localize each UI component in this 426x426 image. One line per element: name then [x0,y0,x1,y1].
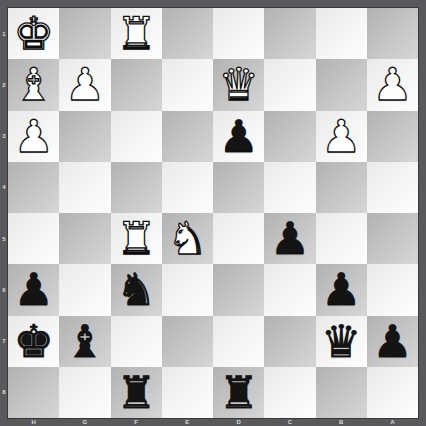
square-d7[interactable] [213,316,264,367]
square-h5[interactable] [8,213,59,264]
square-b7[interactable]: ♛ [316,316,367,367]
square-c2[interactable] [264,59,315,110]
square-c1[interactable] [264,8,315,59]
piece-black-queen[interactable]: ♛ [321,316,361,367]
piece-white-rook[interactable]: ♜ [116,213,156,264]
square-e7[interactable] [162,316,213,367]
file-label-h: H [8,417,59,426]
square-a4[interactable] [367,162,418,213]
rank-label-4: 4 [0,162,8,213]
square-e4[interactable] [162,162,213,213]
rank-label-2: 2 [0,59,8,110]
piece-white-pawn[interactable]: ♟ [372,59,412,110]
square-b2[interactable] [316,59,367,110]
piece-black-rook[interactable]: ♜ [116,367,156,418]
piece-white-pawn[interactable]: ♟ [321,111,361,162]
square-b4[interactable] [316,162,367,213]
square-g6[interactable] [59,264,110,315]
square-e2[interactable] [162,59,213,110]
square-d3[interactable]: ♟ [213,111,264,162]
square-b6[interactable]: ♟ [316,264,367,315]
rank-label-3: 3 [0,111,8,162]
square-g3[interactable] [59,111,110,162]
square-e1[interactable] [162,8,213,59]
square-f7[interactable] [111,316,162,367]
piece-white-bishop[interactable]: ♝ [13,59,53,110]
square-f4[interactable] [111,162,162,213]
square-e6[interactable] [162,264,213,315]
piece-black-pawn[interactable]: ♟ [13,264,53,315]
square-g7[interactable]: ♝ [59,316,110,367]
square-f6[interactable]: ♞ [111,264,162,315]
square-h7[interactable]: ♚ [8,316,59,367]
piece-black-pawn[interactable]: ♟ [372,316,412,367]
square-c5[interactable]: ♟ [264,213,315,264]
piece-black-pawn[interactable]: ♟ [218,111,258,162]
square-d1[interactable] [213,8,264,59]
square-a6[interactable] [367,264,418,315]
square-b1[interactable] [316,8,367,59]
rank-label-7: 7 [0,316,8,367]
square-h2[interactable]: ♝ [8,59,59,110]
square-c6[interactable] [264,264,315,315]
square-h4[interactable] [8,162,59,213]
piece-black-pawn[interactable]: ♟ [270,213,310,264]
square-b5[interactable] [316,213,367,264]
square-c8[interactable] [264,367,315,418]
square-e3[interactable] [162,111,213,162]
rank-label-6: 6 [0,264,8,315]
square-d4[interactable] [213,162,264,213]
piece-white-king[interactable]: ♚ [13,8,53,59]
square-d6[interactable] [213,264,264,315]
file-label-g: G [59,417,110,426]
piece-white-queen[interactable]: ♛ [218,59,258,110]
piece-white-pawn[interactable]: ♟ [13,111,53,162]
rank-labels: 12345678 [0,8,8,418]
file-label-c: C [264,417,315,426]
piece-black-pawn[interactable]: ♟ [321,264,361,315]
piece-black-knight[interactable]: ♞ [116,264,156,315]
rank-label-8: 8 [0,367,8,418]
square-f5[interactable]: ♜ [111,213,162,264]
piece-black-king[interactable]: ♚ [13,316,53,367]
square-h8[interactable] [8,367,59,418]
square-d5[interactable] [213,213,264,264]
file-label-b: B [316,417,367,426]
square-d2[interactable]: ♛ [213,59,264,110]
square-a3[interactable] [367,111,418,162]
file-label-e: E [162,417,213,426]
chess-board: ♚♜♝♟♛♟♟♟♟♜♞♟♟♞♟♚♝♛♟♜♜ [8,8,418,418]
square-a1[interactable] [367,8,418,59]
square-f2[interactable] [111,59,162,110]
rank-label-1: 1 [0,8,8,59]
square-a7[interactable]: ♟ [367,316,418,367]
square-a2[interactable]: ♟ [367,59,418,110]
square-h3[interactable]: ♟ [8,111,59,162]
square-g2[interactable]: ♟ [59,59,110,110]
square-g1[interactable] [59,8,110,59]
square-h6[interactable]: ♟ [8,264,59,315]
square-a8[interactable] [367,367,418,418]
file-label-f: F [111,417,162,426]
chess-board-frame: 12345678 HGFEDCBA ♚♜♝♟♛♟♟♟♟♜♞♟♟♞♟♚♝♛♟♜♜ [0,0,426,426]
piece-white-pawn[interactable]: ♟ [65,59,105,110]
piece-white-knight[interactable]: ♞ [167,213,207,264]
square-f3[interactable] [111,111,162,162]
rank-label-5: 5 [0,213,8,264]
piece-black-rook[interactable]: ♜ [218,367,258,418]
square-g5[interactable] [59,213,110,264]
file-label-a: A [367,417,418,426]
square-c3[interactable] [264,111,315,162]
square-f1[interactable]: ♜ [111,8,162,59]
square-f8[interactable]: ♜ [111,367,162,418]
square-e8[interactable] [162,367,213,418]
file-labels: HGFEDCBA [8,417,418,426]
file-label-d: D [213,417,264,426]
square-c4[interactable] [264,162,315,213]
square-b3[interactable]: ♟ [316,111,367,162]
square-g4[interactable] [59,162,110,213]
square-c7[interactable] [264,316,315,367]
piece-white-rook[interactable]: ♜ [116,8,156,59]
square-a5[interactable] [367,213,418,264]
square-e5[interactable]: ♞ [162,213,213,264]
square-b8[interactable] [316,367,367,418]
square-g8[interactable] [59,367,110,418]
square-d8[interactable]: ♜ [213,367,264,418]
piece-black-bishop[interactable]: ♝ [65,316,105,367]
square-h1[interactable]: ♚ [8,8,59,59]
